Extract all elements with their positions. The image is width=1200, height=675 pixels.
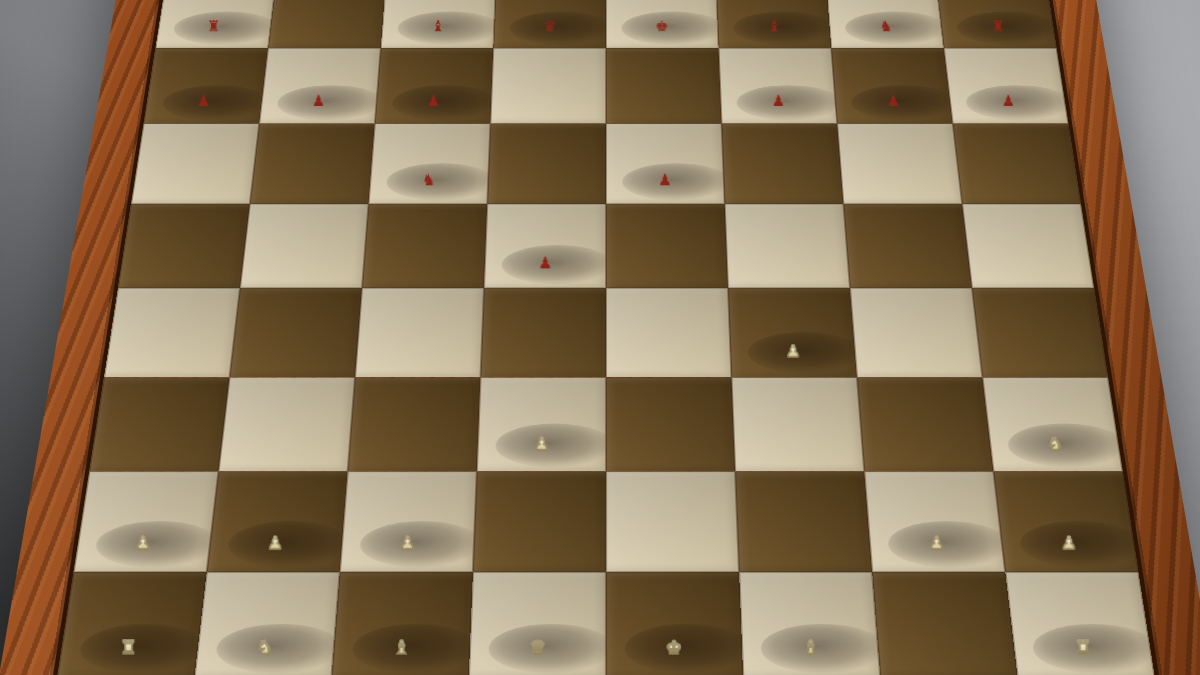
piece-black-knight-c6[interactable]: ♞: [322, 173, 535, 188]
piece-black-pawn-h7[interactable]: ♟: [905, 94, 1112, 108]
square-b7[interactable]: ♟: [259, 48, 381, 124]
piece-white-pawn-h2[interactable]: ♟: [950, 535, 1189, 551]
square-g4[interactable]: [850, 288, 982, 377]
square-c2[interactable]: ♟: [340, 472, 477, 572]
square-g5[interactable]: [843, 204, 972, 288]
piece-white-knight-h3[interactable]: ♞: [940, 436, 1172, 452]
piece-black-rook-a8[interactable]: ♜: [113, 19, 315, 33]
piece-white-pawn-c2[interactable]: ♟: [288, 535, 527, 551]
square-a2[interactable]: ♟: [74, 472, 219, 572]
square-e5[interactable]: [606, 204, 728, 288]
square-h2[interactable]: ♟: [994, 472, 1139, 572]
square-f2[interactable]: [735, 472, 872, 572]
piece-white-rook-h1[interactable]: ♜: [960, 639, 1200, 656]
chessboard-frame: ♜♝♛♚♝♞♜♟♟♟♟♟♟♞♟♟♟♟♞♟♟♟♟♟♜♞♝♛♚♝♜: [0, 0, 1200, 675]
square-d6[interactable]: [487, 124, 606, 204]
square-f5[interactable]: [725, 204, 850, 288]
square-g7[interactable]: ♟: [831, 48, 953, 124]
piece-white-pawn-f4[interactable]: ♟: [681, 343, 906, 359]
square-a3[interactable]: [89, 377, 229, 471]
square-h8[interactable]: ♜: [935, 0, 1056, 48]
piece-black-pawn-e6[interactable]: ♟: [559, 173, 772, 188]
square-d3[interactable]: ♟: [477, 377, 606, 471]
square-c3[interactable]: [348, 377, 481, 471]
square-g1[interactable]: [872, 572, 1018, 675]
square-c6[interactable]: ♞: [369, 124, 491, 204]
square-e1[interactable]: ♚: [606, 572, 743, 675]
square-d7[interactable]: [490, 48, 606, 124]
square-b5[interactable]: [240, 204, 369, 288]
piece-white-bishop-f1[interactable]: ♝: [688, 639, 934, 656]
square-b2[interactable]: ♟: [207, 472, 348, 572]
piece-black-pawn-d5[interactable]: ♟: [436, 256, 655, 271]
square-f4[interactable]: ♟: [728, 288, 857, 377]
square-a4[interactable]: [104, 288, 240, 377]
square-b1[interactable]: ♞: [194, 572, 340, 675]
board-grid: ♜♝♛♚♝♞♜♟♟♟♟♟♟♞♟♟♟♟♞♟♟♟♟♟♜♞♝♛♚♝♜: [57, 0, 1155, 675]
square-g6[interactable]: [837, 124, 962, 204]
square-h5[interactable]: [962, 204, 1094, 288]
square-d2[interactable]: [473, 472, 606, 572]
square-d1[interactable]: ♛: [469, 572, 606, 675]
square-a5[interactable]: [118, 204, 250, 288]
square-b4[interactable]: [230, 288, 362, 377]
square-a6[interactable]: [131, 124, 259, 204]
square-a8[interactable]: ♜: [156, 0, 277, 48]
piece-white-pawn-d3[interactable]: ♟: [426, 436, 658, 452]
square-c4[interactable]: [355, 288, 484, 377]
square-d5[interactable]: ♟: [484, 204, 606, 288]
square-h1[interactable]: ♜: [1005, 572, 1155, 675]
square-a1[interactable]: ♜: [57, 572, 207, 675]
square-c7[interactable]: ♟: [375, 48, 494, 124]
square-a7[interactable]: ♟: [144, 48, 268, 124]
square-h6[interactable]: [953, 124, 1081, 204]
square-b3[interactable]: [218, 377, 355, 471]
square-b6[interactable]: [250, 124, 375, 204]
piece-black-pawn-c7[interactable]: ♟: [330, 94, 537, 108]
square-e6[interactable]: ♟: [606, 124, 725, 204]
square-e2[interactable]: [606, 472, 739, 572]
square-f3[interactable]: [731, 377, 864, 471]
square-f7[interactable]: ♟: [719, 48, 838, 124]
square-f1[interactable]: ♝: [739, 572, 880, 675]
square-h7[interactable]: ♟: [944, 48, 1068, 124]
square-h4[interactable]: [972, 288, 1108, 377]
square-g2[interactable]: ♟: [864, 472, 1005, 572]
app-background: ♜♝♛♚♝♞♜♟♟♟♟♟♟♞♟♟♟♟♞♟♟♟♟♟♜♞♝♛♚♝♜: [0, 0, 1200, 675]
square-h3[interactable]: ♞: [982, 377, 1122, 471]
square-f6[interactable]: [722, 124, 844, 204]
square-e4[interactable]: [606, 288, 731, 377]
square-e7[interactable]: [606, 48, 722, 124]
square-d4[interactable]: [481, 288, 606, 377]
square-g3[interactable]: [857, 377, 994, 471]
square-c1[interactable]: ♝: [332, 572, 473, 675]
square-e3[interactable]: [606, 377, 735, 471]
square-c5[interactable]: [362, 204, 487, 288]
piece-black-rook-h8[interactable]: ♜: [897, 19, 1099, 33]
